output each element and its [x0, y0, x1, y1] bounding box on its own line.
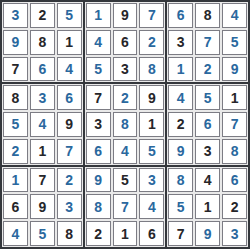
cell-r1c3[interactable]: 5	[57, 3, 82, 28]
cell-r8c6[interactable]: 4	[139, 194, 164, 219]
cell-r5c6[interactable]: 1	[139, 112, 164, 137]
cell-r7c3[interactable]: 2	[57, 168, 82, 193]
cell-r9c4[interactable]: 2	[86, 221, 111, 246]
cell-r4c2[interactable]: 3	[30, 85, 55, 110]
cell-r4c3[interactable]: 6	[57, 85, 82, 110]
cell-r5c1[interactable]: 5	[3, 112, 28, 137]
sudoku-box-r1c1: 325981764	[2, 2, 83, 82]
cell-r1c5[interactable]: 9	[113, 3, 138, 28]
cell-r1c4[interactable]: 1	[86, 3, 111, 28]
cell-r8c2[interactable]: 9	[30, 194, 55, 219]
cell-r6c3[interactable]: 7	[57, 139, 82, 164]
cell-r2c3[interactable]: 1	[57, 30, 82, 55]
cell-r5c8[interactable]: 6	[195, 112, 220, 137]
cell-r9c5[interactable]: 1	[113, 221, 138, 246]
cell-r4c4[interactable]: 7	[86, 85, 111, 110]
cell-r7c9[interactable]: 6	[222, 168, 247, 193]
cell-r2c7[interactable]: 3	[168, 30, 193, 55]
cell-r4c6[interactable]: 9	[139, 85, 164, 110]
cell-r9c6[interactable]: 6	[139, 221, 164, 246]
cell-r1c6[interactable]: 7	[139, 3, 164, 28]
cell-r7c6[interactable]: 3	[139, 168, 164, 193]
cell-r6c9[interactable]: 8	[222, 139, 247, 164]
cell-r4c7[interactable]: 4	[168, 85, 193, 110]
cell-r3c7[interactable]: 1	[168, 57, 193, 82]
sudoku-box-r1c2: 197462538	[85, 2, 166, 82]
cell-r6c7[interactable]: 9	[168, 139, 193, 164]
cell-r2c1[interactable]: 9	[3, 30, 28, 55]
cell-r2c5[interactable]: 6	[113, 30, 138, 55]
cell-r7c7[interactable]: 8	[168, 168, 193, 193]
cell-r5c9[interactable]: 7	[222, 112, 247, 137]
cell-r4c5[interactable]: 2	[113, 85, 138, 110]
cell-r8c9[interactable]: 2	[222, 194, 247, 219]
cell-r4c9[interactable]: 1	[222, 85, 247, 110]
sudoku-box-r3c1: 172693458	[2, 167, 83, 247]
cell-r2c4[interactable]: 4	[86, 30, 111, 55]
cell-r1c1[interactable]: 3	[3, 3, 28, 28]
cell-r8c7[interactable]: 5	[168, 194, 193, 219]
cell-r5c3[interactable]: 9	[57, 112, 82, 137]
cell-r2c8[interactable]: 7	[195, 30, 220, 55]
cell-r3c8[interactable]: 2	[195, 57, 220, 82]
sudoku-box-r2c3: 451267938	[167, 84, 248, 164]
cell-r4c8[interactable]: 5	[195, 85, 220, 110]
cell-r2c2[interactable]: 8	[30, 30, 55, 55]
cell-r3c6[interactable]: 8	[139, 57, 164, 82]
cell-r8c8[interactable]: 1	[195, 194, 220, 219]
cell-r6c2[interactable]: 1	[30, 139, 55, 164]
sudoku-box-r2c1: 836549217	[2, 84, 83, 164]
cell-r6c6[interactable]: 5	[139, 139, 164, 164]
cell-r9c9[interactable]: 3	[222, 221, 247, 246]
cell-r1c2[interactable]: 2	[30, 3, 55, 28]
sudoku-box-r3c2: 953874216	[85, 167, 166, 247]
cell-r9c1[interactable]: 4	[3, 221, 28, 246]
cell-r8c3[interactable]: 3	[57, 194, 82, 219]
cell-r7c8[interactable]: 4	[195, 168, 220, 193]
cell-r1c9[interactable]: 4	[222, 3, 247, 28]
cell-r5c2[interactable]: 4	[30, 112, 55, 137]
cell-r7c4[interactable]: 9	[86, 168, 111, 193]
cell-r4c1[interactable]: 8	[3, 85, 28, 110]
cell-r6c5[interactable]: 4	[113, 139, 138, 164]
cell-r9c8[interactable]: 9	[195, 221, 220, 246]
cell-r1c7[interactable]: 6	[168, 3, 193, 28]
cell-r3c9[interactable]: 9	[222, 57, 247, 82]
cell-r8c5[interactable]: 7	[113, 194, 138, 219]
cell-r3c2[interactable]: 6	[30, 57, 55, 82]
cell-r7c2[interactable]: 7	[30, 168, 55, 193]
cell-r5c4[interactable]: 3	[86, 112, 111, 137]
cell-r9c7[interactable]: 7	[168, 221, 193, 246]
cell-r7c1[interactable]: 1	[3, 168, 28, 193]
cell-r5c7[interactable]: 2	[168, 112, 193, 137]
cell-r8c1[interactable]: 6	[3, 194, 28, 219]
cell-r6c1[interactable]: 2	[3, 139, 28, 164]
cell-r3c1[interactable]: 7	[3, 57, 28, 82]
sudoku-box-r1c3: 684375129	[167, 2, 248, 82]
cell-r9c2[interactable]: 5	[30, 221, 55, 246]
cell-r3c4[interactable]: 5	[86, 57, 111, 82]
cell-r3c3[interactable]: 4	[57, 57, 82, 82]
cell-r1c8[interactable]: 8	[195, 3, 220, 28]
cell-r2c6[interactable]: 2	[139, 30, 164, 55]
cell-r8c4[interactable]: 8	[86, 194, 111, 219]
cell-r3c5[interactable]: 3	[113, 57, 138, 82]
cell-r2c9[interactable]: 5	[222, 30, 247, 55]
sudoku-board: 3259817641974625386843751298365492177293…	[0, 0, 250, 249]
cell-r9c3[interactable]: 8	[57, 221, 82, 246]
cell-r6c4[interactable]: 6	[86, 139, 111, 164]
cell-r7c5[interactable]: 5	[113, 168, 138, 193]
cell-r5c5[interactable]: 8	[113, 112, 138, 137]
sudoku-box-r3c3: 846512793	[167, 167, 248, 247]
sudoku-box-r2c2: 729381645	[85, 84, 166, 164]
cell-r6c8[interactable]: 3	[195, 139, 220, 164]
